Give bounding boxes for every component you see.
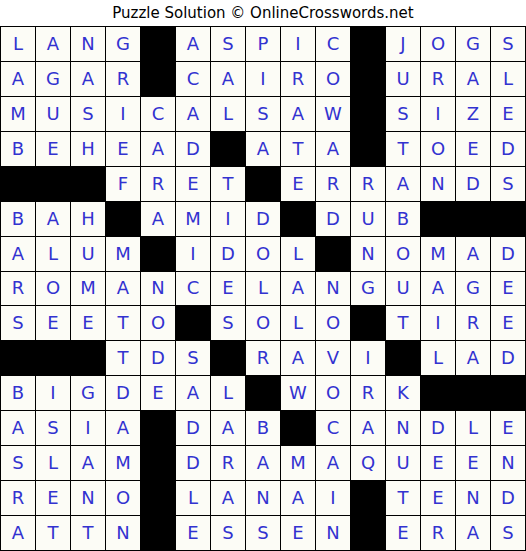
- letter-cell-r2c8: I: [246, 62, 280, 96]
- letter-cell-r7c14: A: [456, 237, 490, 271]
- letter-cell-r2c14: A: [456, 62, 490, 96]
- letter-cell-r7c6: I: [176, 237, 210, 271]
- block-cell-r11c14: [456, 376, 490, 410]
- letter-cell-r11c2: I: [36, 376, 70, 410]
- letter-cell-r11c6: A: [176, 376, 210, 410]
- block-cell-r1c11: [351, 27, 385, 61]
- letter-cell-r7c13: M: [421, 237, 455, 271]
- letter-cell-r12c3: I: [71, 411, 105, 445]
- letter-cell-r10c13: L: [421, 341, 455, 375]
- letter-cell-r1c3: N: [71, 27, 105, 61]
- letter-cell-r10c8: R: [246, 341, 280, 375]
- letter-cell-r12c15: E: [491, 411, 525, 445]
- letter-cell-r12c8: B: [246, 411, 280, 445]
- block-cell-r11c15: [491, 376, 525, 410]
- letter-cell-r12c2: S: [36, 411, 70, 445]
- letter-cell-r8c10: N: [316, 272, 350, 306]
- letter-cell-r3c8: S: [246, 97, 280, 131]
- block-cell-r7c10: [316, 237, 350, 271]
- letter-cell-r1c15: S: [491, 27, 525, 61]
- letter-cell-r9c12: T: [386, 306, 420, 340]
- letter-cell-r10c6: S: [176, 341, 210, 375]
- letter-cell-r14c12: T: [386, 481, 420, 515]
- block-cell-r3c11: [351, 97, 385, 131]
- letter-cell-r14c14: N: [456, 481, 490, 515]
- letter-cell-r6c3: H: [71, 202, 105, 236]
- letter-cell-r3c5: C: [141, 97, 175, 131]
- letter-cell-r8c4: A: [106, 272, 140, 306]
- block-cell-r2c11: [351, 62, 385, 96]
- letter-cell-r10c11: I: [351, 341, 385, 375]
- letter-cell-r9c5: O: [141, 306, 175, 340]
- letter-cell-r3c10: W: [316, 97, 350, 131]
- page-title: Puzzle Solution © OnlineCrosswords.net: [0, 0, 526, 26]
- letter-cell-r14c8: N: [246, 481, 280, 515]
- block-cell-r6c9: [281, 202, 315, 236]
- letter-cell-r4c14: E: [456, 132, 490, 166]
- letter-cell-r1c14: G: [456, 27, 490, 61]
- letter-cell-r2c2: G: [36, 62, 70, 96]
- letter-cell-r3c15: E: [491, 97, 525, 131]
- letter-cell-r12c10: C: [316, 411, 350, 445]
- letter-cell-r15c12: E: [386, 516, 420, 550]
- block-cell-r15c11: [351, 516, 385, 550]
- letter-cell-r3c13: I: [421, 97, 455, 131]
- letter-cell-r9c3: E: [71, 306, 105, 340]
- letter-cell-r14c13: E: [421, 481, 455, 515]
- letter-cell-r11c12: K: [386, 376, 420, 410]
- letter-cell-r11c3: G: [71, 376, 105, 410]
- crossword-grid: LANGASPICJOGSAGARCAIROURALMUSICALSAWSIZE…: [0, 26, 526, 551]
- letter-cell-r14c2: E: [36, 481, 70, 515]
- letter-cell-r1c1: L: [1, 27, 35, 61]
- letter-cell-r8c7: E: [211, 272, 245, 306]
- letter-cell-r8c13: A: [421, 272, 455, 306]
- letter-cell-r9c7: S: [211, 306, 245, 340]
- letter-cell-r3c1: M: [1, 97, 35, 131]
- letter-cell-r1c13: O: [421, 27, 455, 61]
- letter-cell-r14c15: D: [491, 481, 525, 515]
- letter-cell-r2c13: R: [421, 62, 455, 96]
- letter-cell-r7c15: D: [491, 237, 525, 271]
- letter-cell-r11c5: E: [141, 376, 175, 410]
- letter-cell-r12c14: L: [456, 411, 490, 445]
- letter-cell-r9c4: T: [106, 306, 140, 340]
- letter-cell-r1c8: P: [246, 27, 280, 61]
- letter-cell-r5c11: R: [351, 167, 385, 201]
- block-cell-r6c15: [491, 202, 525, 236]
- letter-cell-r13c7: R: [211, 446, 245, 480]
- letter-cell-r6c2: A: [36, 202, 70, 236]
- letter-cell-r3c6: A: [176, 97, 210, 131]
- letter-cell-r8c12: U: [386, 272, 420, 306]
- letter-cell-r8c14: G: [456, 272, 490, 306]
- letter-cell-r3c2: U: [36, 97, 70, 131]
- letter-cell-r11c4: D: [106, 376, 140, 410]
- letter-cell-r13c10: A: [316, 446, 350, 480]
- letter-cell-r2c1: A: [1, 62, 35, 96]
- letter-cell-r13c4: M: [106, 446, 140, 480]
- letter-cell-r12c6: D: [176, 411, 210, 445]
- letter-cell-r6c6: M: [176, 202, 210, 236]
- letter-cell-r8c15: E: [491, 272, 525, 306]
- letter-cell-r2c4: R: [106, 62, 140, 96]
- letter-cell-r1c2: A: [36, 27, 70, 61]
- letter-cell-r3c7: L: [211, 97, 245, 131]
- letter-cell-r10c9: A: [281, 341, 315, 375]
- letter-cell-r11c10: O: [316, 376, 350, 410]
- block-cell-r5c3: [71, 167, 105, 201]
- block-cell-r9c11: [351, 306, 385, 340]
- letter-cell-r13c2: L: [36, 446, 70, 480]
- letter-cell-r1c9: I: [281, 27, 315, 61]
- letter-cell-r1c4: G: [106, 27, 140, 61]
- letter-cell-r4c12: T: [386, 132, 420, 166]
- letter-cell-r14c9: A: [281, 481, 315, 515]
- letter-cell-r6c8: D: [246, 202, 280, 236]
- letter-cell-r4c2: E: [36, 132, 70, 166]
- letter-cell-r13c12: U: [386, 446, 420, 480]
- block-cell-r2c5: [141, 62, 175, 96]
- letter-cell-r10c14: A: [456, 341, 490, 375]
- letter-cell-r4c15: D: [491, 132, 525, 166]
- block-cell-r6c14: [456, 202, 490, 236]
- letter-cell-r13c8: A: [246, 446, 280, 480]
- letter-cell-r1c12: J: [386, 27, 420, 61]
- block-cell-r1c5: [141, 27, 175, 61]
- letter-cell-r4c10: A: [316, 132, 350, 166]
- letter-cell-r12c11: A: [351, 411, 385, 445]
- letter-cell-r11c1: B: [1, 376, 35, 410]
- letter-cell-r7c9: L: [281, 237, 315, 271]
- letter-cell-r9c8: O: [246, 306, 280, 340]
- block-cell-r13c5: [141, 446, 175, 480]
- letter-cell-r8c2: O: [36, 272, 70, 306]
- block-cell-r4c7: [211, 132, 245, 166]
- letter-cell-r9c10: O: [316, 306, 350, 340]
- letter-cell-r3c12: S: [386, 97, 420, 131]
- letter-cell-r9c15: E: [491, 306, 525, 340]
- letter-cell-r6c7: I: [211, 202, 245, 236]
- letter-cell-r5c4: F: [106, 167, 140, 201]
- letter-cell-r10c10: V: [316, 341, 350, 375]
- letter-cell-r15c14: A: [456, 516, 490, 550]
- letter-cell-r2c15: L: [491, 62, 525, 96]
- letter-cell-r2c7: A: [211, 62, 245, 96]
- letter-cell-r15c6: E: [176, 516, 210, 550]
- crossword-solution-page: Puzzle Solution © OnlineCrosswords.net L…: [0, 0, 526, 551]
- letter-cell-r15c15: S: [491, 516, 525, 550]
- letter-cell-r13c1: S: [1, 446, 35, 480]
- letter-cell-r2c3: A: [71, 62, 105, 96]
- letter-cell-r2c10: O: [316, 62, 350, 96]
- letter-cell-r13c6: D: [176, 446, 210, 480]
- letter-cell-r7c1: A: [1, 237, 35, 271]
- letter-cell-r15c1: A: [1, 516, 35, 550]
- letter-cell-r3c9: A: [281, 97, 315, 131]
- letter-cell-r13c9: M: [281, 446, 315, 480]
- letter-cell-r2c6: C: [176, 62, 210, 96]
- letter-cell-r3c3: S: [71, 97, 105, 131]
- letter-cell-r10c4: T: [106, 341, 140, 375]
- block-cell-r6c13: [421, 202, 455, 236]
- letter-cell-r7c2: L: [36, 237, 70, 271]
- letter-cell-r15c8: S: [246, 516, 280, 550]
- letter-cell-r13c13: E: [421, 446, 455, 480]
- letter-cell-r8c1: R: [1, 272, 35, 306]
- block-cell-r5c8: [246, 167, 280, 201]
- letter-cell-r8c6: C: [176, 272, 210, 306]
- block-cell-r10c2: [36, 341, 70, 375]
- letter-cell-r14c10: I: [316, 481, 350, 515]
- block-cell-r12c5: [141, 411, 175, 445]
- block-cell-r11c13: [421, 376, 455, 410]
- letter-cell-r13c14: E: [456, 446, 490, 480]
- letter-cell-r4c4: E: [106, 132, 140, 166]
- letter-cell-r6c10: D: [316, 202, 350, 236]
- letter-cell-r4c13: O: [421, 132, 455, 166]
- letter-cell-r15c9: E: [281, 516, 315, 550]
- letter-cell-r6c5: A: [141, 202, 175, 236]
- block-cell-r7c5: [141, 237, 175, 271]
- letter-cell-r9c9: L: [281, 306, 315, 340]
- letter-cell-r11c9: W: [281, 376, 315, 410]
- letter-cell-r7c11: N: [351, 237, 385, 271]
- letter-cell-r8c5: N: [141, 272, 175, 306]
- letter-cell-r4c8: A: [246, 132, 280, 166]
- letter-cell-r14c1: R: [1, 481, 35, 515]
- letter-cell-r5c10: R: [316, 167, 350, 201]
- letter-cell-r9c14: R: [456, 306, 490, 340]
- letter-cell-r8c9: A: [281, 272, 315, 306]
- block-cell-r4c11: [351, 132, 385, 166]
- letter-cell-r5c5: R: [141, 167, 175, 201]
- letter-cell-r14c6: L: [176, 481, 210, 515]
- letter-cell-r8c8: L: [246, 272, 280, 306]
- letter-cell-r7c4: M: [106, 237, 140, 271]
- letter-cell-r4c1: B: [1, 132, 35, 166]
- letter-cell-r5c6: E: [176, 167, 210, 201]
- letter-cell-r14c4: O: [106, 481, 140, 515]
- letter-cell-r12c7: A: [211, 411, 245, 445]
- letter-cell-r13c3: A: [71, 446, 105, 480]
- letter-cell-r3c14: Z: [456, 97, 490, 131]
- letter-cell-r10c5: D: [141, 341, 175, 375]
- letter-cell-r8c11: G: [351, 272, 385, 306]
- letter-cell-r4c5: A: [141, 132, 175, 166]
- block-cell-r11c8: [246, 376, 280, 410]
- letter-cell-r5c13: N: [421, 167, 455, 201]
- block-cell-r10c3: [71, 341, 105, 375]
- letter-cell-r7c7: D: [211, 237, 245, 271]
- letter-cell-r7c12: O: [386, 237, 420, 271]
- letter-cell-r5c15: S: [491, 167, 525, 201]
- block-cell-r12c9: [281, 411, 315, 445]
- block-cell-r10c1: [1, 341, 35, 375]
- letter-cell-r8c3: M: [71, 272, 105, 306]
- letter-cell-r14c7: A: [211, 481, 245, 515]
- block-cell-r6c4: [106, 202, 140, 236]
- letter-cell-r1c6: A: [176, 27, 210, 61]
- block-cell-r5c1: [1, 167, 35, 201]
- block-cell-r15c5: [141, 516, 175, 550]
- block-cell-r14c5: [141, 481, 175, 515]
- letter-cell-r15c13: R: [421, 516, 455, 550]
- letter-cell-r11c11: R: [351, 376, 385, 410]
- letter-cell-r4c9: T: [281, 132, 315, 166]
- letter-cell-r4c3: H: [71, 132, 105, 166]
- letter-cell-r13c15: N: [491, 446, 525, 480]
- letter-cell-r5c7: T: [211, 167, 245, 201]
- letter-cell-r15c7: S: [211, 516, 245, 550]
- letter-cell-r3c4: I: [106, 97, 140, 131]
- letter-cell-r7c8: O: [246, 237, 280, 271]
- letter-cell-r15c4: N: [106, 516, 140, 550]
- letter-cell-r9c13: I: [421, 306, 455, 340]
- letter-cell-r6c11: U: [351, 202, 385, 236]
- block-cell-r9c6: [176, 306, 210, 340]
- letter-cell-r5c12: A: [386, 167, 420, 201]
- letter-cell-r13c11: Q: [351, 446, 385, 480]
- letter-cell-r1c10: C: [316, 27, 350, 61]
- block-cell-r14c11: [351, 481, 385, 515]
- block-cell-r5c2: [36, 167, 70, 201]
- letter-cell-r7c3: U: [71, 237, 105, 271]
- letter-cell-r15c10: N: [316, 516, 350, 550]
- letter-cell-r4c6: D: [176, 132, 210, 166]
- letter-cell-r9c1: S: [1, 306, 35, 340]
- letter-cell-r12c1: A: [1, 411, 35, 445]
- letter-cell-r11c7: L: [211, 376, 245, 410]
- block-cell-r10c12: [386, 341, 420, 375]
- letter-cell-r6c12: B: [386, 202, 420, 236]
- letter-cell-r12c4: A: [106, 411, 140, 445]
- letter-cell-r15c3: T: [71, 516, 105, 550]
- block-cell-r10c7: [211, 341, 245, 375]
- letter-cell-r15c2: T: [36, 516, 70, 550]
- letter-cell-r5c14: D: [456, 167, 490, 201]
- letter-cell-r5c9: E: [281, 167, 315, 201]
- letter-cell-r9c2: E: [36, 306, 70, 340]
- letter-cell-r2c9: R: [281, 62, 315, 96]
- letter-cell-r2c12: U: [386, 62, 420, 96]
- letter-cell-r12c12: N: [386, 411, 420, 445]
- letter-cell-r1c7: S: [211, 27, 245, 61]
- letter-cell-r14c3: N: [71, 481, 105, 515]
- letter-cell-r6c1: B: [1, 202, 35, 236]
- letter-cell-r10c15: D: [491, 341, 525, 375]
- letter-cell-r12c13: D: [421, 411, 455, 445]
